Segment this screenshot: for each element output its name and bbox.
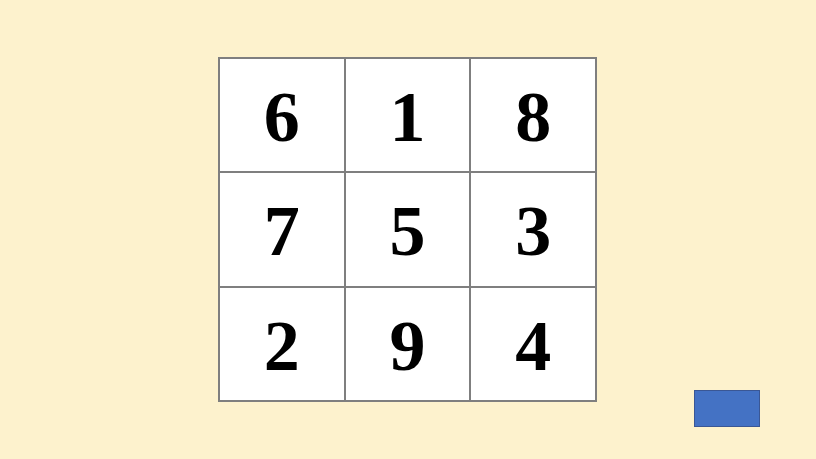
cell-value: 4 [515,310,551,382]
action-button[interactable] [694,390,760,427]
cell-value: 2 [264,310,300,382]
cell-value: 6 [264,81,300,153]
cell-r0c2: 8 [471,59,595,171]
magic-square-board: 6 1 8 7 5 3 2 9 4 [218,57,597,402]
cell-value: 3 [515,195,551,267]
cell-value: 9 [389,310,425,382]
slide-canvas: 6 1 8 7 5 3 2 9 4 [0,0,816,459]
cell-value: 5 [389,195,425,267]
cell-r2c2: 4 [471,288,595,400]
cell-value: 1 [389,81,425,153]
cell-value: 8 [515,81,551,153]
cell-r1c1: 5 [346,173,470,285]
cell-r1c0: 7 [220,173,344,285]
cell-r0c1: 1 [346,59,470,171]
cell-r0c0: 6 [220,59,344,171]
cell-r2c1: 9 [346,288,470,400]
cell-value: 7 [264,195,300,267]
cell-r2c0: 2 [220,288,344,400]
cell-r1c2: 3 [471,173,595,285]
